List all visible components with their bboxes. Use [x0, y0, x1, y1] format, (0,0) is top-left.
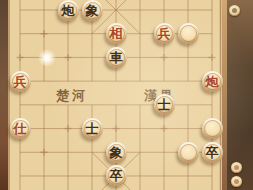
piece-red-相[interactable]: 相	[106, 23, 127, 44]
piece-black-士[interactable]: 士	[82, 118, 103, 139]
piece-black-象[interactable]: 象	[82, 0, 103, 21]
piece-facedown[interactable]	[202, 118, 223, 139]
board-left-edge	[0, 0, 8, 190]
piece-black-卒[interactable]: 卒	[106, 165, 127, 186]
piece-black-象[interactable]: 象	[106, 142, 127, 163]
piece-black-炮[interactable]: 炮	[58, 0, 79, 21]
captured-piece-icon	[231, 162, 242, 173]
piece-red-兵[interactable]: 兵	[154, 23, 175, 44]
river-label-left: 楚河	[56, 88, 88, 103]
piece-black-士[interactable]: 士	[154, 94, 175, 115]
captured-piece-icon	[231, 176, 242, 187]
xiangqi-game-screen: 楚河 漢界 炮象相兵車兵炮士仕士象卒卒	[0, 0, 253, 190]
piece-black-車[interactable]: 車	[106, 47, 127, 68]
piece-red-兵[interactable]: 兵	[10, 71, 31, 92]
board-right-rim	[222, 0, 227, 190]
piece-facedown[interactable]	[178, 23, 199, 44]
piece-facedown[interactable]	[178, 142, 199, 163]
captured-piece-icon	[229, 5, 240, 16]
piece-red-仕[interactable]: 仕	[10, 118, 31, 139]
piece-red-炮[interactable]: 炮	[202, 71, 223, 92]
piece-black-卒[interactable]: 卒	[202, 142, 223, 163]
